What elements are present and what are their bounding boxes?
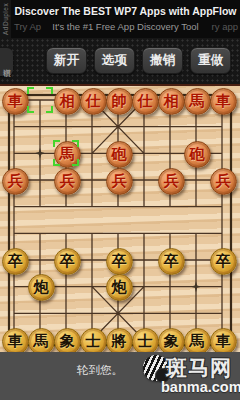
ad-network-label: AdDuplex [0,0,11,38]
watermark: 斑马网 banma.com [143,353,239,399]
piece-black-advisor[interactable]: 士 [80,328,107,355]
piece-red-elephant[interactable]: 相 [54,88,81,115]
ad-ghost-text-right: ry app [212,21,238,32]
piece-black-cannon[interactable]: 炮 [106,274,133,301]
piece-black-soldier[interactable]: 卒 [2,248,29,275]
piece-red-soldier[interactable]: 兵 [210,168,237,195]
toolbar-buttons: 新开 选项 撤销 重做 [46,47,231,74]
ad-subline: Try Ap It's the #1 Free App Discovery To… [11,21,240,34]
piece-red-cannon[interactable]: 砲 [184,141,211,168]
piece-black-chariot[interactable]: 車 [2,328,29,355]
piece-red-advisor[interactable]: 仕 [80,88,107,115]
piece-black-elephant[interactable]: 象 [158,328,185,355]
piece-black-advisor[interactable]: 士 [132,328,159,355]
piece-red-horse[interactable]: 馬 [184,88,211,115]
toolbar: 棋谱 新开 选项 撤销 重做 [0,38,240,84]
last-move-to-marker [53,140,79,166]
watermark-domain: banma.com [161,379,240,395]
piece-black-soldier[interactable]: 卒 [106,248,133,275]
watermark-site-name: 斑马网 [166,354,232,382]
ad-ghost-text-left: Try Ap [14,21,41,32]
piece-red-advisor[interactable]: 仕 [132,88,159,115]
board-grid-lines [0,86,240,354]
piece-black-elephant[interactable]: 象 [54,328,81,355]
piece-red-soldier[interactable]: 兵 [2,168,29,195]
piece-red-general[interactable]: 帥 [106,88,133,115]
piece-black-cannon[interactable]: 炮 [28,274,55,301]
app-screen: AdDuplex Discover The BEST WP7 Apps with… [0,0,240,400]
piece-red-chariot[interactable]: 車 [210,88,237,115]
piece-red-elephant[interactable]: 相 [158,88,185,115]
piece-black-soldier[interactable]: 卒 [210,248,237,275]
status-bar: 轮到您。 斑马网 banma.com [0,352,240,400]
piece-black-horse[interactable]: 馬 [28,328,55,355]
undo-button[interactable]: 撤销 [142,47,183,74]
options-button[interactable]: 选项 [94,47,135,74]
piece-black-soldier[interactable]: 卒 [158,248,185,275]
piece-black-horse[interactable]: 馬 [184,328,211,355]
new-game-button[interactable]: 新开 [46,47,87,74]
last-move-from-marker [27,87,53,113]
piece-black-chariot[interactable]: 車 [210,328,237,355]
ad-headline: Discover The BEST WP7 Apps with AppFlow [11,5,240,17]
ad-banner[interactable]: AdDuplex Discover The BEST WP7 Apps with… [0,0,240,38]
ad-subline-text: It's the #1 Free App Discovery Tool [11,21,240,32]
side-tab[interactable]: 棋谱 [0,48,13,76]
piece-black-soldier[interactable]: 卒 [54,248,81,275]
piece-red-soldier[interactable]: 兵 [106,168,133,195]
piece-red-chariot[interactable]: 車 [2,88,29,115]
xiangqi-board[interactable]: 車相仕帥仕相馬車馬砲砲兵兵兵兵兵卒卒卒卒卒炮炮車馬象士將士象馬車 [0,84,240,352]
piece-red-cannon[interactable]: 砲 [106,141,133,168]
redo-button[interactable]: 重做 [190,47,231,74]
piece-red-soldier[interactable]: 兵 [158,168,185,195]
piece-red-soldier[interactable]: 兵 [54,168,81,195]
piece-black-general[interactable]: 將 [106,328,133,355]
